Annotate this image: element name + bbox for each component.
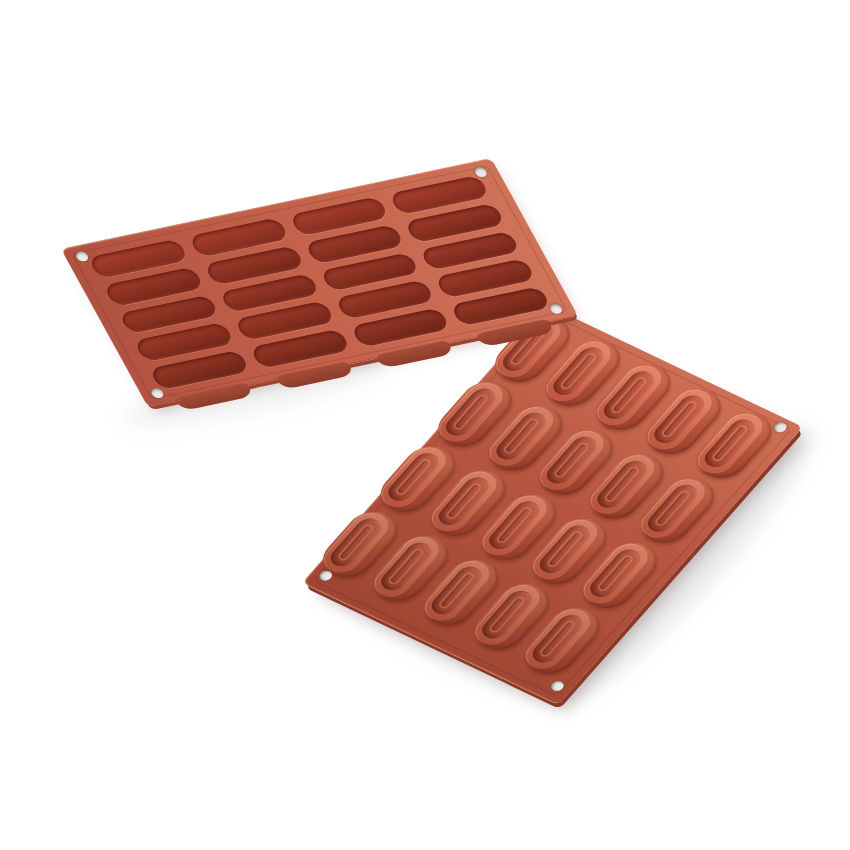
corner-hole (548, 303, 564, 315)
cavity-underside-tab (375, 340, 455, 369)
corner-hole (549, 680, 566, 693)
mold-bump-inner-ring (487, 595, 526, 634)
mold-bump-inner-ring (336, 523, 375, 562)
mold-bump-inner-ring (545, 530, 584, 569)
mold-bump-inner-ring (660, 400, 699, 439)
mold-bump-inner-ring (653, 489, 692, 528)
mold-bump-recess (441, 385, 500, 439)
mold-bump-recess (383, 450, 442, 504)
mold-bump-inner-ring (393, 458, 432, 497)
mold-bump-inner-ring (437, 571, 476, 610)
mold-bump-inner-ring (552, 441, 591, 480)
mold-bump-inner-ring (710, 424, 749, 463)
mold-bump-inner-ring (609, 376, 648, 415)
mold-bump-inner-ring (501, 417, 540, 456)
mold-bump-inner-ring (538, 619, 577, 658)
corner-hole (74, 251, 90, 263)
mold-bump-inner-ring (451, 393, 490, 432)
product-photo (0, 0, 850, 850)
mold-bump-inner-ring (602, 465, 641, 504)
mold-bump-inner-ring (444, 482, 483, 521)
mold-bump-inner-ring (559, 352, 598, 391)
mold-bump-inner-ring (595, 554, 634, 593)
mold-bump-recess (326, 515, 385, 569)
mold-bump-inner-ring (386, 547, 425, 586)
mold-bump-inner-ring (494, 506, 533, 545)
cavity-grid (88, 175, 552, 390)
